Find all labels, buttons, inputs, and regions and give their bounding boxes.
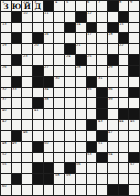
cell-r1c0[interactable]	[1, 12, 11, 22]
cell-r14c6[interactable]	[65, 153, 75, 163]
cell-r12c11[interactable]	[119, 131, 129, 141]
cell-r17c0[interactable]: 60	[1, 185, 11, 195]
clue-number: 48	[2, 142, 7, 145]
black-cell-r2c10	[108, 23, 118, 33]
cell-r6c2[interactable]	[22, 66, 32, 76]
cell-r4c8[interactable]	[87, 44, 97, 54]
cell-r1c10[interactable]	[108, 12, 118, 22]
cell-r2c3[interactable]	[33, 23, 43, 33]
clue-number: 23	[23, 55, 28, 58]
black-cell-r5c12	[129, 55, 139, 65]
cell-r15c9[interactable]	[97, 163, 107, 173]
black-cell-r5c10	[108, 55, 118, 65]
cell-r12c2[interactable]: 46	[22, 131, 32, 141]
clue-number: 59	[66, 174, 71, 177]
cell-r10c6[interactable]	[65, 109, 75, 119]
clue-number: 58	[55, 174, 60, 177]
cell-r10c5[interactable]	[54, 109, 64, 119]
cell-r6c6[interactable]	[65, 66, 75, 76]
cell-r9c2[interactable]	[22, 98, 32, 108]
cell-r6c7[interactable]: 28	[76, 66, 86, 76]
cell-r16c10[interactable]	[108, 174, 118, 184]
clue-number: 42	[2, 120, 7, 123]
cell-r16c0[interactable]	[1, 174, 11, 184]
cell-r14c10[interactable]: 54	[108, 153, 118, 163]
cell-r2c9[interactable]	[97, 23, 107, 33]
black-cell-r11c8	[87, 120, 97, 130]
cell-r13c2[interactable]	[22, 142, 32, 152]
black-cell-r10c9	[97, 109, 107, 119]
cell-r17c1[interactable]	[12, 185, 22, 195]
cell-r5c11[interactable]	[119, 55, 129, 65]
cell-r13c12[interactable]	[129, 142, 139, 152]
cell-r14c11[interactable]	[119, 153, 129, 163]
black-cell-r15c4	[44, 163, 54, 173]
cell-r10c3[interactable]: 41	[33, 109, 43, 119]
cell-r1c2[interactable]: 10	[22, 12, 32, 22]
clue-number: 29	[108, 66, 113, 69]
cell-r8c0[interactable]: 32	[1, 88, 11, 98]
cell-r0c11[interactable]: 8	[119, 1, 129, 11]
clue-number: 34	[44, 88, 49, 91]
cell-r6c5[interactable]	[54, 66, 64, 76]
crossword-board: 1ЗЮ2Й3Д456789101112131415161718192021222…	[0, 0, 140, 196]
clue-number: 21	[76, 44, 81, 47]
cell-r12c5[interactable]	[54, 131, 64, 141]
cell-r11c0[interactable]: 42	[1, 120, 11, 130]
black-cell-r6c12	[129, 66, 139, 76]
cell-r1c12[interactable]	[129, 12, 139, 22]
clue-number: 41	[34, 109, 39, 112]
cell-r16c9[interactable]	[97, 174, 107, 184]
cell-r8c10[interactable]: 36	[108, 88, 118, 98]
cell-r7c6[interactable]	[65, 77, 75, 87]
cell-r2c4[interactable]	[44, 23, 54, 33]
cell-r0c5[interactable]: 4	[54, 1, 64, 11]
cell-r4c3[interactable]: 20	[33, 44, 43, 54]
clue-number: 56	[76, 163, 81, 166]
cell-r8c2[interactable]	[22, 88, 32, 98]
black-cell-r14c9	[97, 153, 107, 163]
cell-r8c4[interactable]: 34	[44, 88, 54, 98]
black-cell-r15c6	[65, 163, 75, 173]
cell-r11c2[interactable]	[22, 120, 32, 130]
clue-number: 24	[66, 55, 71, 58]
cell-r6c0[interactable]: 26	[1, 66, 11, 76]
cell-r12c10[interactable]: 47	[108, 131, 118, 141]
clue-number: 57	[130, 163, 135, 166]
clue-number: 6	[87, 1, 89, 4]
black-cell-r5c7	[76, 55, 86, 65]
clue-number: 10	[23, 12, 28, 15]
cell-r3c5[interactable]	[54, 33, 64, 43]
cell-r4c0[interactable]: 19	[1, 44, 11, 54]
cell-r14c1[interactable]	[12, 153, 22, 163]
cell-r9c11[interactable]	[119, 98, 129, 108]
clue-number: 26	[2, 66, 7, 69]
black-cell-r1c11	[119, 12, 129, 22]
cell-r6c1[interactable]	[12, 66, 22, 76]
cell-r7c9[interactable]: 31	[97, 77, 107, 87]
cell-r10c1[interactable]	[12, 109, 22, 119]
black-cell-r17c11	[119, 185, 129, 195]
cell-r15c7[interactable]: 56	[76, 163, 86, 173]
cell-r11c4[interactable]	[44, 120, 54, 130]
cell-r2c5[interactable]	[54, 23, 64, 33]
cell-r7c12[interactable]	[129, 77, 139, 87]
cell-r17c4[interactable]	[44, 185, 54, 195]
black-cell-r9c9	[97, 98, 107, 108]
black-cell-r17c10	[108, 185, 118, 195]
cell-r8c11[interactable]	[119, 88, 129, 98]
black-cell-r16c3	[33, 174, 43, 184]
clue-number: 14	[76, 23, 81, 26]
black-cell-r13c3	[33, 142, 43, 152]
cell-r6c10[interactable]: 29	[108, 66, 118, 76]
cell-r2c11[interactable]: 15	[119, 23, 129, 33]
black-cell-r1c7	[76, 12, 86, 22]
cell-r0c3[interactable]: 3Д	[33, 1, 43, 11]
cell-r4c7[interactable]: 21	[76, 44, 86, 54]
black-cell-r7c3	[33, 77, 43, 87]
cell-r1c8[interactable]: 12	[87, 12, 97, 22]
cell-r1c4[interactable]: 11	[44, 12, 54, 22]
clue-number: 54	[108, 153, 113, 156]
cell-r16c2[interactable]	[22, 174, 32, 184]
black-cell-r13c8	[87, 142, 97, 152]
clue-number: 33	[12, 88, 17, 91]
cell-r15c10[interactable]	[108, 163, 118, 173]
cell-r16c12[interactable]	[129, 174, 139, 184]
cell-r13c11[interactable]	[119, 142, 129, 152]
black-cell-r1c1	[12, 12, 22, 22]
cell-r11c12[interactable]: 45	[129, 120, 139, 130]
cell-r0c1[interactable]: Ю	[12, 1, 22, 11]
cell-r9c4[interactable]: 38	[44, 98, 54, 108]
cell-r5c6[interactable]: 24	[65, 55, 75, 65]
cell-r3c10[interactable]: 18	[108, 33, 118, 43]
cell-r2c2[interactable]	[22, 23, 32, 33]
clue-number: 45	[130, 120, 135, 123]
cell-r14c4[interactable]	[44, 153, 54, 163]
cell-r12c12[interactable]	[129, 131, 139, 141]
cell-r13c1[interactable]: 49	[12, 142, 22, 152]
cell-r17c6[interactable]	[65, 185, 75, 195]
clue-number: 40	[2, 109, 7, 112]
cell-r0c0[interactable]: 1З	[1, 1, 11, 11]
cell-r8c3[interactable]	[33, 88, 43, 98]
cell-letter: Ю	[12, 3, 22, 11]
black-cell-r5c1	[12, 55, 22, 65]
cell-r16c6[interactable]: 59	[65, 174, 75, 184]
clue-number: 8	[119, 1, 121, 4]
cell-r9c12[interactable]	[129, 98, 139, 108]
cell-r15c12[interactable]: 57	[129, 163, 139, 173]
clue-number: 52	[2, 153, 7, 156]
cell-r13c4[interactable]: 50	[44, 142, 54, 152]
clue-number: 43	[98, 120, 103, 123]
black-cell-r7c8	[87, 77, 97, 87]
cell-r3c12[interactable]	[129, 33, 139, 43]
cell-r11c3[interactable]	[33, 120, 43, 130]
cell-r1c3[interactable]	[33, 12, 43, 22]
cell-r10c4[interactable]	[44, 109, 54, 119]
black-cell-r8c9	[97, 88, 107, 98]
cell-r15c11[interactable]	[119, 163, 129, 173]
black-cell-r14c12	[129, 153, 139, 163]
clue-number: 13	[2, 23, 7, 26]
clue-number: 37	[2, 98, 7, 101]
clue-number: 51	[98, 142, 103, 145]
cell-r9c0[interactable]: 37	[1, 98, 11, 108]
cell-r16c5[interactable]: 58	[54, 174, 64, 184]
cell-r9c8[interactable]	[87, 98, 97, 108]
cell-r0c6[interactable]: 5	[65, 1, 75, 11]
cell-r13c9[interactable]: 51	[97, 142, 107, 152]
black-cell-r16c1	[12, 174, 22, 184]
cell-r11c10[interactable]	[108, 120, 118, 130]
cell-r1c9[interactable]	[97, 12, 107, 22]
black-cell-r7c1	[12, 77, 22, 87]
clue-number: 55	[2, 163, 7, 166]
cell-r5c5[interactable]	[54, 55, 64, 65]
black-cell-r2c8	[87, 23, 97, 33]
cell-r17c8[interactable]	[87, 185, 97, 195]
cell-r6c11[interactable]	[119, 66, 129, 76]
clue-number: 27	[44, 66, 49, 69]
cell-r14c7[interactable]	[76, 153, 86, 163]
cell-r11c6[interactable]	[65, 120, 75, 130]
black-cell-r0c4	[44, 1, 54, 11]
cell-r4c4[interactable]	[44, 44, 54, 54]
cell-r15c5[interactable]	[54, 163, 64, 173]
cell-r15c1[interactable]	[12, 163, 22, 173]
cell-r7c0[interactable]	[1, 77, 11, 87]
cell-r17c2[interactable]	[22, 185, 32, 195]
clue-number: 9	[130, 1, 132, 4]
cell-r10c8[interactable]	[87, 109, 97, 119]
cell-r17c9[interactable]	[97, 185, 107, 195]
cell-r0c12[interactable]: 9	[129, 1, 139, 11]
cell-r4c10[interactable]	[108, 44, 118, 54]
cell-r12c3[interactable]	[33, 131, 43, 141]
cell-r11c5[interactable]	[54, 120, 64, 130]
cell-r6c8[interactable]	[87, 66, 97, 76]
clue-number: 18	[108, 33, 113, 36]
clue-number: 16	[44, 33, 49, 36]
clue-number: 19	[2, 44, 7, 47]
cell-letter: З	[1, 3, 11, 11]
cell-r8c8[interactable]: 35	[87, 88, 97, 98]
clue-number: 50	[44, 142, 49, 145]
clue-number: 25	[87, 55, 92, 58]
clue-number: 53	[87, 153, 92, 156]
cell-r17c12[interactable]	[129, 185, 139, 195]
cell-r17c7[interactable]	[76, 185, 86, 195]
cell-r14c2[interactable]	[22, 153, 32, 163]
cell-r13c6[interactable]	[65, 142, 75, 152]
clue-number: 36	[108, 88, 113, 91]
cell-r4c9[interactable]	[97, 44, 107, 54]
clue-number: 11	[44, 12, 49, 15]
cell-r17c3[interactable]	[33, 185, 43, 195]
cell-letter: Й	[22, 3, 32, 11]
clue-number: 49	[12, 142, 17, 145]
cell-r3c8[interactable]: 17	[87, 33, 97, 43]
cell-r3c2[interactable]	[22, 33, 32, 43]
cell-r14c8[interactable]: 53	[87, 153, 97, 163]
cell-r8c7[interactable]	[76, 88, 86, 98]
cell-r5c3[interactable]	[33, 55, 43, 65]
cell-r13c0[interactable]: 48	[1, 142, 11, 152]
clue-number: 4	[55, 1, 57, 4]
cell-r10c0[interactable]: 40	[1, 109, 11, 119]
cell-r0c2[interactable]: 2Й	[22, 1, 32, 11]
clue-number: 22	[119, 44, 124, 47]
clue-number: 12	[87, 12, 92, 15]
clue-number: 20	[34, 44, 39, 47]
cell-r13c5[interactable]	[54, 142, 64, 152]
cell-r4c11[interactable]: 22	[119, 44, 129, 54]
cell-r12c7[interactable]	[76, 131, 86, 141]
cell-r3c6[interactable]	[65, 33, 75, 43]
cell-r7c2[interactable]	[22, 77, 32, 87]
cell-r3c9[interactable]	[97, 33, 107, 43]
cell-r2c7[interactable]: 14	[76, 23, 86, 33]
black-cell-r3c1	[12, 33, 22, 43]
black-cell-r8c12	[129, 88, 139, 98]
black-cell-r2c6	[65, 23, 75, 33]
clue-number: 30	[55, 77, 60, 80]
cell-r11c9[interactable]: 43	[97, 120, 107, 130]
black-cell-r4c6	[65, 44, 75, 54]
cell-letter: Д	[33, 3, 43, 11]
clue-number: 46	[23, 131, 28, 134]
cell-r15c2[interactable]	[22, 163, 32, 173]
cell-r1c5[interactable]	[54, 12, 64, 22]
cell-r7c5[interactable]: 30	[54, 77, 64, 87]
clue-number: 17	[87, 33, 92, 36]
cell-r11c1[interactable]	[12, 120, 22, 130]
cell-r9c6[interactable]	[65, 98, 75, 108]
cell-r16c8[interactable]	[87, 174, 97, 184]
black-cell-r3c3	[33, 33, 43, 43]
clue-number: 32	[2, 88, 7, 91]
cell-r12c6[interactable]	[65, 131, 75, 141]
black-cell-r16c4	[44, 174, 54, 184]
cell-r15c0[interactable]: 55	[1, 163, 11, 173]
cell-r4c12[interactable]	[129, 44, 139, 54]
cell-r9c5[interactable]	[54, 98, 64, 108]
black-cell-r15c3	[33, 163, 43, 173]
cell-r7c11[interactable]	[119, 77, 129, 87]
cell-r14c5[interactable]	[54, 153, 64, 163]
cell-r0c9[interactable]: 7	[97, 1, 107, 11]
cell-r4c2[interactable]	[22, 44, 32, 54]
clue-number: 60	[2, 185, 7, 188]
black-cell-r12c9	[97, 131, 107, 141]
cell-r14c3[interactable]	[33, 153, 43, 163]
cell-r16c7[interactable]	[76, 174, 86, 184]
cell-r11c11[interactable]: 44	[119, 120, 129, 130]
cell-r10c2[interactable]	[22, 109, 32, 119]
clue-number: 35	[87, 88, 92, 91]
black-cell-r12c1	[12, 131, 22, 141]
cell-r2c0[interactable]: 13	[1, 23, 11, 33]
cell-r2c1[interactable]	[12, 23, 22, 33]
clue-number: 28	[76, 66, 81, 69]
cell-r4c5[interactable]	[54, 44, 64, 54]
black-cell-r3c11	[119, 33, 129, 43]
cell-r5c4[interactable]	[44, 55, 54, 65]
cell-r7c10[interactable]	[108, 77, 118, 87]
clue-number: 15	[119, 23, 124, 26]
cell-r15c8[interactable]	[87, 163, 97, 173]
clue-number: 31	[98, 77, 103, 80]
cell-r17c5[interactable]	[54, 185, 64, 195]
cell-r12c4[interactable]	[44, 131, 54, 141]
cell-r6c9[interactable]	[97, 66, 107, 76]
cell-r9c10[interactable]: 39	[108, 98, 118, 108]
cell-r10c7[interactable]	[76, 109, 86, 119]
cell-r1c6[interactable]	[65, 12, 75, 22]
cell-r5c8[interactable]: 25	[87, 55, 97, 65]
cell-r5c0[interactable]	[1, 55, 11, 65]
black-cell-r9c3	[33, 98, 43, 108]
cell-r11c7[interactable]	[76, 120, 86, 130]
cell-r8c5[interactable]	[54, 88, 64, 98]
black-cell-r7c4	[44, 77, 54, 87]
cell-r7c7[interactable]	[76, 77, 86, 87]
cell-r2c12[interactable]	[129, 23, 139, 33]
cell-r8c6[interactable]	[65, 88, 75, 98]
cell-r14c0[interactable]: 52	[1, 153, 11, 163]
cell-r10c10[interactable]	[108, 109, 118, 119]
clue-number: 7	[98, 1, 100, 4]
black-cell-r0c10	[108, 1, 118, 11]
clue-number: 39	[108, 98, 113, 101]
cell-r12c0[interactable]	[1, 131, 11, 141]
cell-r12c8[interactable]	[87, 131, 97, 141]
cell-r4c1[interactable]	[12, 44, 22, 54]
black-cell-r10c11	[119, 109, 129, 119]
cell-r9c7[interactable]	[76, 98, 86, 108]
clue-number: 44	[119, 120, 124, 123]
clue-number: 5	[66, 1, 68, 4]
cell-r0c7[interactable]	[76, 1, 86, 11]
cell-r13c7[interactable]	[76, 142, 86, 152]
clue-number: 47	[108, 131, 113, 134]
cell-r0c8[interactable]: 6	[87, 1, 97, 11]
black-cell-r10c12	[129, 109, 139, 119]
cell-r3c4[interactable]: 16	[44, 33, 54, 43]
cell-r3c7[interactable]	[76, 33, 86, 43]
cell-r9c1[interactable]	[12, 98, 22, 108]
clue-number: 38	[44, 98, 49, 101]
cell-r16c11[interactable]	[119, 174, 129, 184]
black-cell-r6c3	[33, 66, 43, 76]
cell-r8c1[interactable]: 33	[12, 88, 22, 98]
cell-r13c10[interactable]	[108, 142, 118, 152]
cell-r3c0[interactable]	[1, 33, 11, 43]
cell-r5c2[interactable]: 23	[22, 55, 32, 65]
cell-r6c4[interactable]: 27	[44, 66, 54, 76]
cell-r5c9[interactable]	[97, 55, 107, 65]
